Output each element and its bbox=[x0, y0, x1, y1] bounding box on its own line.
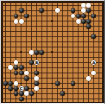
black-stone bbox=[81, 19, 86, 24]
black-stone bbox=[19, 91, 24, 96]
black-stone bbox=[14, 91, 19, 96]
go-app-window: BAC bbox=[0, 0, 105, 104]
white-stone bbox=[76, 19, 81, 24]
black-stone bbox=[81, 14, 86, 19]
white-stone bbox=[19, 19, 24, 24]
star-point bbox=[83, 83, 85, 85]
white-stone bbox=[24, 91, 29, 96]
white-stone bbox=[55, 8, 60, 13]
black-stone bbox=[76, 14, 81, 19]
white-stone bbox=[14, 81, 19, 86]
black-stone bbox=[34, 50, 39, 55]
white-stone bbox=[86, 76, 91, 81]
black-stone bbox=[24, 76, 29, 81]
white-stone bbox=[81, 8, 86, 13]
black-stone bbox=[19, 71, 24, 76]
white-stone bbox=[91, 71, 96, 76]
white-stone bbox=[14, 19, 19, 24]
black-stone bbox=[19, 65, 24, 70]
star-point bbox=[51, 20, 53, 22]
label-c-marker: C bbox=[19, 86, 24, 91]
white-stone bbox=[81, 3, 86, 8]
white-stone bbox=[34, 86, 39, 91]
white-stone bbox=[24, 71, 29, 76]
black-stone bbox=[60, 91, 65, 96]
black-stone bbox=[3, 81, 8, 86]
white-stone bbox=[71, 14, 76, 19]
black-stone bbox=[86, 24, 91, 29]
black-stone bbox=[55, 81, 60, 86]
black-stone bbox=[24, 86, 29, 91]
label-a-marker: A bbox=[91, 60, 96, 65]
black-stone bbox=[86, 19, 91, 24]
go-board[interactable]: BAC bbox=[3, 3, 102, 102]
black-stone bbox=[34, 81, 39, 86]
white-stone bbox=[34, 76, 39, 81]
black-stone bbox=[14, 65, 19, 70]
white-stone bbox=[14, 60, 19, 65]
star-point bbox=[83, 51, 85, 53]
star-point bbox=[20, 83, 22, 85]
black-stone bbox=[86, 8, 91, 13]
black-stone bbox=[14, 86, 19, 91]
black-stone bbox=[19, 8, 24, 13]
black-stone bbox=[24, 14, 29, 19]
black-stone bbox=[39, 8, 44, 13]
white-stone bbox=[86, 3, 91, 8]
star-point bbox=[20, 51, 22, 53]
black-stone bbox=[8, 81, 13, 86]
black-stone bbox=[71, 8, 76, 13]
white-stone bbox=[8, 65, 13, 70]
black-stone bbox=[29, 91, 34, 96]
white-stone bbox=[29, 50, 34, 55]
black-stone bbox=[71, 81, 76, 86]
black-stone bbox=[91, 14, 96, 19]
black-stone bbox=[8, 86, 13, 91]
black-stone bbox=[14, 14, 19, 19]
star-point bbox=[51, 51, 53, 53]
black-stone bbox=[39, 50, 44, 55]
star-point bbox=[51, 83, 53, 85]
black-stone bbox=[29, 60, 34, 65]
black-stone bbox=[19, 97, 24, 102]
black-stone bbox=[91, 34, 96, 39]
black-stone bbox=[34, 71, 39, 76]
label-b-marker: B bbox=[34, 60, 39, 65]
black-stone bbox=[14, 71, 19, 76]
